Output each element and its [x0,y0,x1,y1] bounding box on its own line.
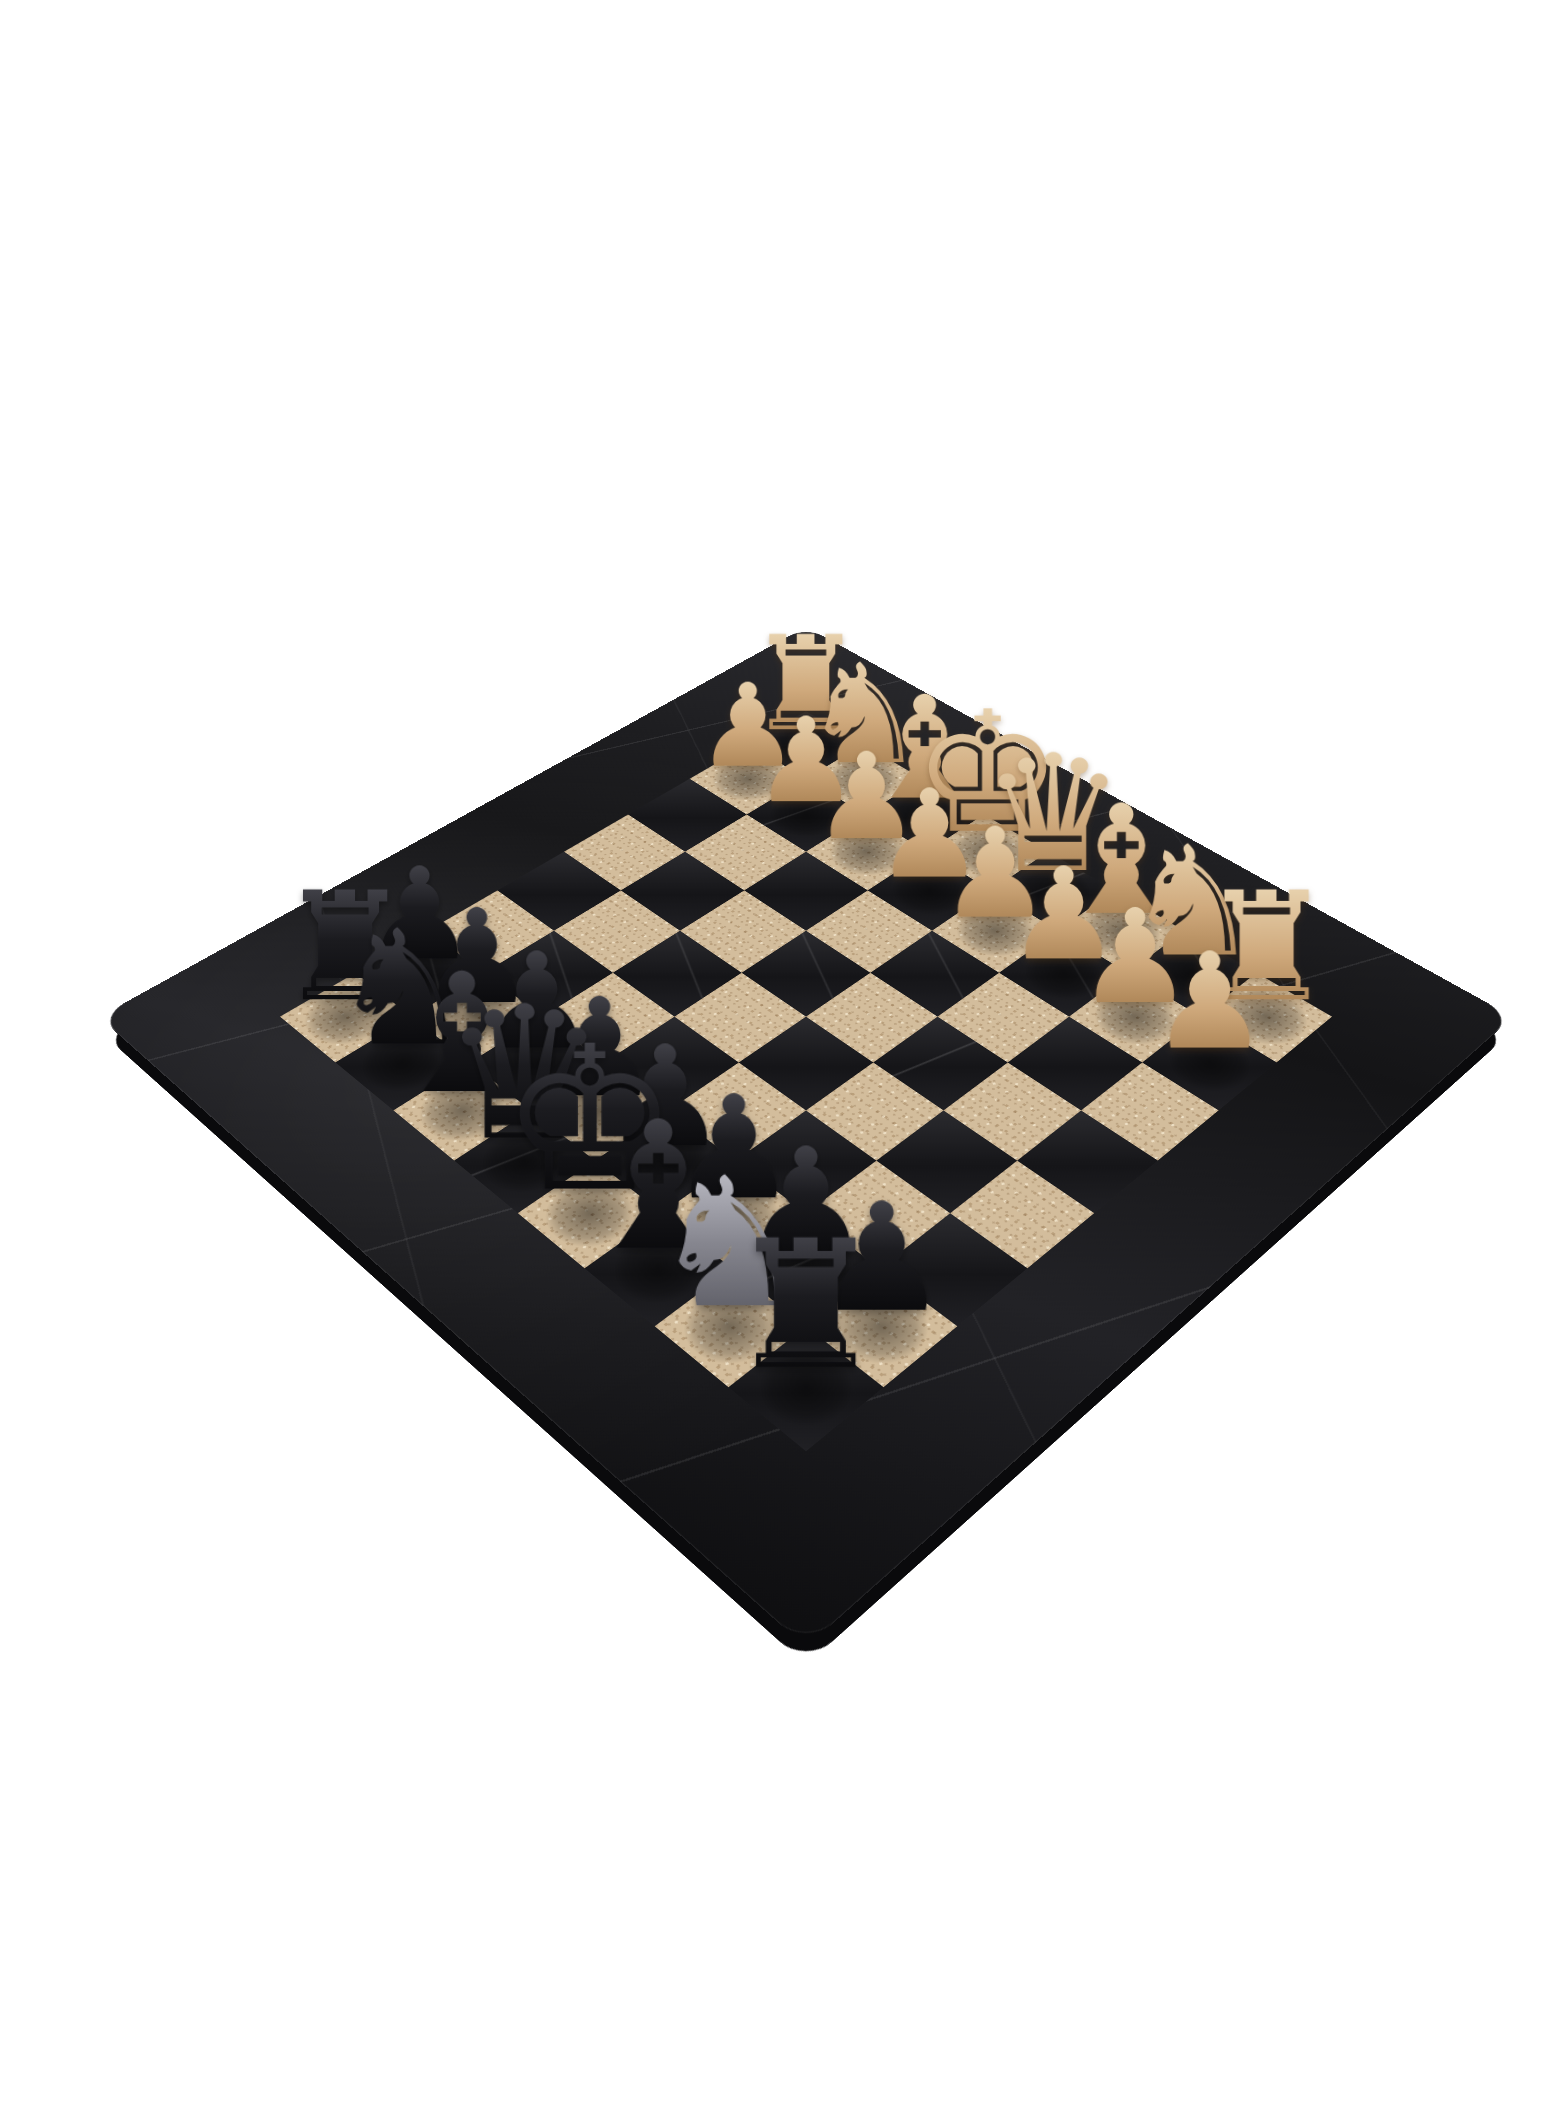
fossil-pawn-glyph: ♟ [1150,935,1269,1068]
chess-board: ♜♞♝♚♛♝♞♜♟♟♟♟♟♟♟♟♟♟♟♟♟♟♟♟♜♞♝♛♚♝♞♜ [99,627,1513,1648]
board-tilt: ♜♞♝♚♛♝♞♜♟♟♟♟♟♟♟♟♟♟♟♟♟♟♟♟♜♞♝♛♚♝♞♜ [99,627,1513,1648]
black-rook-glyph: ♜ [727,1216,886,1393]
